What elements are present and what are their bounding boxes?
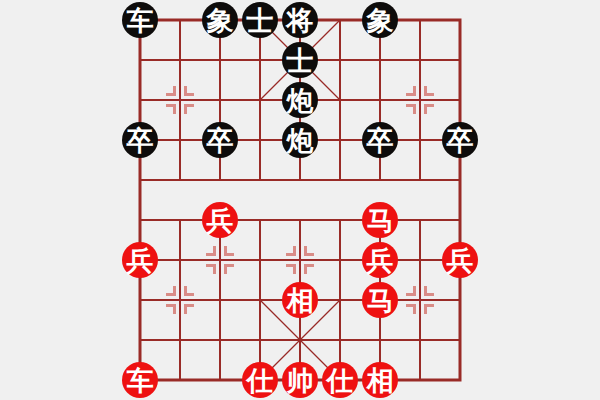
board-point: 兵 — [440, 240, 480, 280]
board-point — [400, 280, 440, 320]
board-point: 相 — [280, 280, 320, 320]
marker-corner — [406, 304, 416, 314]
board-point — [280, 240, 320, 280]
marker-corner — [184, 286, 194, 296]
marker-corner — [424, 104, 434, 114]
piece-black-elephant[interactable]: 象 — [202, 2, 238, 38]
point-marker — [166, 286, 194, 314]
board-point: 象 — [360, 0, 400, 40]
board-points-layer: 车象士将象士炮卒卒炮卒卒兵马兵兵兵相马车仕帅仕相 — [120, 0, 480, 400]
board-point: 仕 — [240, 360, 280, 400]
piece-black-advisor[interactable]: 士 — [242, 2, 278, 38]
marker-corner — [166, 104, 176, 114]
marker-corner — [304, 264, 314, 274]
piece-red-elephant[interactable]: 相 — [282, 282, 318, 318]
board-point: 兵 — [200, 200, 240, 240]
marker-corner — [166, 304, 176, 314]
point-marker — [166, 86, 194, 114]
board-point: 卒 — [200, 120, 240, 160]
piece-red-advisor[interactable]: 仕 — [322, 362, 358, 398]
piece-black-chariot[interactable]: 车 — [122, 2, 158, 38]
marker-corner — [166, 286, 176, 296]
piece-red-horse[interactable]: 马 — [362, 202, 398, 238]
marker-corner — [406, 286, 416, 296]
piece-red-elephant[interactable]: 相 — [362, 362, 398, 398]
board-point: 马 — [360, 200, 400, 240]
marker-corner — [224, 264, 234, 274]
piece-black-cannon[interactable]: 炮 — [282, 122, 318, 158]
board-point: 炮 — [280, 80, 320, 120]
board-point: 车 — [120, 0, 160, 40]
piece-red-soldier[interactable]: 兵 — [442, 242, 478, 278]
xiangqi-app-canvas: 车象士将象士炮卒卒炮卒卒兵马兵兵兵相马车仕帅仕相 — [0, 0, 600, 400]
marker-corner — [424, 286, 434, 296]
marker-corner — [206, 246, 216, 256]
piece-black-soldier[interactable]: 卒 — [362, 122, 398, 158]
marker-corner — [424, 86, 434, 96]
board-point: 卒 — [120, 120, 160, 160]
board-point: 帅 — [280, 360, 320, 400]
piece-black-advisor[interactable]: 士 — [282, 42, 318, 78]
board-point: 卒 — [360, 120, 400, 160]
piece-red-soldier[interactable]: 兵 — [122, 242, 158, 278]
piece-black-elephant[interactable]: 象 — [362, 2, 398, 38]
point-marker — [406, 286, 434, 314]
board-point: 将 — [280, 0, 320, 40]
marker-corner — [286, 264, 296, 274]
board-point: 仕 — [320, 360, 360, 400]
board-point: 卒 — [440, 120, 480, 160]
marker-corner — [206, 264, 216, 274]
marker-corner — [424, 304, 434, 314]
marker-corner — [286, 246, 296, 256]
marker-corner — [304, 246, 314, 256]
marker-corner — [184, 104, 194, 114]
point-marker — [286, 246, 314, 274]
board-point — [160, 280, 200, 320]
marker-corner — [406, 86, 416, 96]
board-point: 兵 — [360, 240, 400, 280]
point-marker — [406, 86, 434, 114]
piece-red-general[interactable]: 帅 — [282, 362, 318, 398]
board-point — [400, 80, 440, 120]
xiangqi-board: 车象士将象士炮卒卒炮卒卒兵马兵兵兵相马车仕帅仕相 — [120, 0, 480, 400]
piece-red-chariot[interactable]: 车 — [122, 362, 158, 398]
marker-corner — [166, 86, 176, 96]
board-point: 兵 — [120, 240, 160, 280]
piece-red-soldier[interactable]: 兵 — [362, 242, 398, 278]
board-point: 象 — [200, 0, 240, 40]
board-point: 相 — [360, 360, 400, 400]
board-point: 车 — [120, 360, 160, 400]
point-marker — [206, 246, 234, 274]
piece-black-cannon[interactable]: 炮 — [282, 82, 318, 118]
marker-corner — [184, 304, 194, 314]
board-point — [200, 240, 240, 280]
board-point: 士 — [240, 0, 280, 40]
board-point: 士 — [280, 40, 320, 80]
board-point — [160, 80, 200, 120]
piece-red-horse[interactable]: 马 — [362, 282, 398, 318]
piece-black-general[interactable]: 将 — [282, 2, 318, 38]
piece-red-advisor[interactable]: 仕 — [242, 362, 278, 398]
marker-corner — [184, 86, 194, 96]
marker-corner — [224, 246, 234, 256]
piece-black-soldier[interactable]: 卒 — [442, 122, 478, 158]
marker-corner — [406, 104, 416, 114]
piece-black-soldier[interactable]: 卒 — [202, 122, 238, 158]
board-point: 马 — [360, 280, 400, 320]
piece-black-soldier[interactable]: 卒 — [122, 122, 158, 158]
piece-red-soldier[interactable]: 兵 — [202, 202, 238, 238]
board-point: 炮 — [280, 120, 320, 160]
